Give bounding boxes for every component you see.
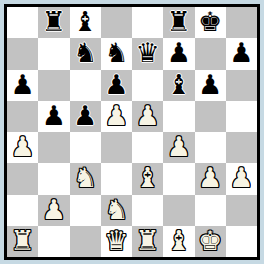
piece-black-pawn[interactable]: ♟ bbox=[229, 39, 253, 66]
square-f1[interactable]: ♝ bbox=[163, 226, 194, 257]
piece-black-pawn[interactable]: ♟ bbox=[198, 71, 222, 98]
square-d5[interactable]: ♟ bbox=[101, 101, 132, 132]
square-e6[interactable] bbox=[132, 70, 163, 101]
square-c5[interactable]: ♟ bbox=[70, 101, 101, 132]
square-d7[interactable]: ♞ bbox=[101, 38, 132, 69]
piece-white-rook[interactable]: ♜ bbox=[11, 227, 35, 254]
square-a5[interactable] bbox=[7, 101, 38, 132]
square-h2[interactable] bbox=[226, 195, 257, 226]
square-b1[interactable] bbox=[38, 226, 69, 257]
piece-black-bishop[interactable]: ♝ bbox=[167, 71, 191, 98]
piece-white-knight[interactable]: ♞ bbox=[104, 196, 128, 223]
square-a2[interactable] bbox=[7, 195, 38, 226]
square-b6[interactable] bbox=[38, 70, 69, 101]
square-f6[interactable]: ♝ bbox=[163, 70, 194, 101]
square-g1[interactable]: ♚ bbox=[195, 226, 226, 257]
square-a4[interactable]: ♟ bbox=[7, 132, 38, 163]
square-d6[interactable]: ♟ bbox=[101, 70, 132, 101]
square-e2[interactable] bbox=[132, 195, 163, 226]
square-b5[interactable]: ♟ bbox=[38, 101, 69, 132]
piece-white-pawn[interactable]: ♟ bbox=[167, 133, 191, 160]
square-f7[interactable]: ♟ bbox=[163, 38, 194, 69]
piece-white-rook[interactable]: ♜ bbox=[136, 227, 160, 254]
square-a1[interactable]: ♜ bbox=[7, 226, 38, 257]
square-d8[interactable] bbox=[101, 7, 132, 38]
piece-white-queen[interactable]: ♛ bbox=[104, 227, 128, 254]
square-d2[interactable]: ♞ bbox=[101, 195, 132, 226]
piece-black-rook[interactable]: ♜ bbox=[42, 8, 66, 35]
piece-white-pawn[interactable]: ♟ bbox=[136, 102, 160, 129]
square-a3[interactable] bbox=[7, 163, 38, 194]
square-b4[interactable] bbox=[38, 132, 69, 163]
square-d3[interactable] bbox=[101, 163, 132, 194]
square-h6[interactable] bbox=[226, 70, 257, 101]
square-e7[interactable]: ♛ bbox=[132, 38, 163, 69]
piece-black-bishop[interactable]: ♝ bbox=[73, 8, 97, 35]
piece-white-bishop[interactable]: ♝ bbox=[136, 164, 160, 191]
square-e8[interactable] bbox=[132, 7, 163, 38]
square-h4[interactable] bbox=[226, 132, 257, 163]
square-d1[interactable]: ♛ bbox=[101, 226, 132, 257]
square-f8[interactable]: ♜ bbox=[163, 7, 194, 38]
square-b7[interactable] bbox=[38, 38, 69, 69]
piece-black-knight[interactable]: ♞ bbox=[104, 39, 128, 66]
square-c8[interactable]: ♝ bbox=[70, 7, 101, 38]
square-f4[interactable]: ♟ bbox=[163, 132, 194, 163]
piece-black-pawn[interactable]: ♟ bbox=[73, 102, 97, 129]
page-background: ♜♝♜♚♞♞♛♟♟♟♟♝♟♟♟♟♟♟♟♞♝♟♟♟♞♜♛♜♝♚ bbox=[0, 0, 264, 264]
piece-white-pawn[interactable]: ♟ bbox=[104, 102, 128, 129]
square-e3[interactable]: ♝ bbox=[132, 163, 163, 194]
piece-black-queen[interactable]: ♛ bbox=[136, 39, 160, 66]
square-e4[interactable] bbox=[132, 132, 163, 163]
square-a8[interactable] bbox=[7, 7, 38, 38]
piece-white-pawn[interactable]: ♟ bbox=[229, 164, 253, 191]
square-b2[interactable]: ♟ bbox=[38, 195, 69, 226]
piece-black-pawn[interactable]: ♟ bbox=[167, 39, 191, 66]
piece-black-pawn[interactable]: ♟ bbox=[104, 71, 128, 98]
square-f5[interactable] bbox=[163, 101, 194, 132]
piece-black-knight[interactable]: ♞ bbox=[73, 39, 97, 66]
square-h7[interactable]: ♟ bbox=[226, 38, 257, 69]
piece-black-king[interactable]: ♚ bbox=[198, 8, 222, 35]
square-c3[interactable]: ♞ bbox=[70, 163, 101, 194]
piece-black-pawn[interactable]: ♟ bbox=[11, 71, 35, 98]
square-g8[interactable]: ♚ bbox=[195, 7, 226, 38]
square-c7[interactable]: ♞ bbox=[70, 38, 101, 69]
square-g5[interactable] bbox=[195, 101, 226, 132]
square-a7[interactable] bbox=[7, 38, 38, 69]
square-b3[interactable] bbox=[38, 163, 69, 194]
square-c2[interactable] bbox=[70, 195, 101, 226]
square-g7[interactable] bbox=[195, 38, 226, 69]
square-e5[interactable]: ♟ bbox=[132, 101, 163, 132]
square-g6[interactable]: ♟ bbox=[195, 70, 226, 101]
square-g4[interactable] bbox=[195, 132, 226, 163]
square-c6[interactable] bbox=[70, 70, 101, 101]
square-a6[interactable]: ♟ bbox=[7, 70, 38, 101]
square-h1[interactable] bbox=[226, 226, 257, 257]
square-g3[interactable]: ♟ bbox=[195, 163, 226, 194]
piece-black-pawn[interactable]: ♟ bbox=[42, 102, 66, 129]
piece-black-rook[interactable]: ♜ bbox=[167, 8, 191, 35]
piece-white-pawn[interactable]: ♟ bbox=[42, 196, 66, 223]
square-f3[interactable] bbox=[163, 163, 194, 194]
square-b8[interactable]: ♜ bbox=[38, 7, 69, 38]
square-c4[interactable] bbox=[70, 132, 101, 163]
square-h3[interactable]: ♟ bbox=[226, 163, 257, 194]
square-f2[interactable] bbox=[163, 195, 194, 226]
square-d4[interactable] bbox=[101, 132, 132, 163]
piece-white-pawn[interactable]: ♟ bbox=[11, 133, 35, 160]
piece-white-king[interactable]: ♚ bbox=[198, 227, 222, 254]
square-e1[interactable]: ♜ bbox=[132, 226, 163, 257]
piece-white-pawn[interactable]: ♟ bbox=[198, 164, 222, 191]
square-c1[interactable] bbox=[70, 226, 101, 257]
chess-board: ♜♝♜♚♞♞♛♟♟♟♟♝♟♟♟♟♟♟♟♞♝♟♟♟♞♜♛♜♝♚ bbox=[4, 4, 260, 260]
square-h8[interactable] bbox=[226, 7, 257, 38]
piece-white-knight[interactable]: ♞ bbox=[73, 164, 97, 191]
piece-white-bishop[interactable]: ♝ bbox=[167, 227, 191, 254]
square-h5[interactable] bbox=[226, 101, 257, 132]
square-g2[interactable] bbox=[195, 195, 226, 226]
